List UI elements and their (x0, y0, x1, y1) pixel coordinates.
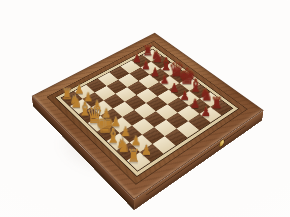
piece-red-pawn[interactable]: ♟ (198, 105, 214, 118)
drawer-pull-knob-icon[interactable] (219, 139, 224, 148)
product-photo-scene: ♜♞♝♛♚♝♞♜♟♟♟♟♟♟♟♟♟♟♟♟♟♟♟♟♜♞♝♛♚♝♞♜ (0, 0, 290, 217)
piece-white-rook[interactable]: ♜ (125, 148, 142, 166)
